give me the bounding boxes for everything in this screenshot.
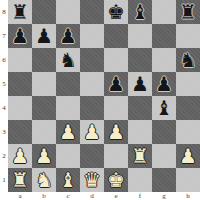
square-e3[interactable]: ♟ [104,120,128,144]
rank-label-7: 7 [0,24,8,48]
square-g2[interactable] [152,144,176,168]
square-f1[interactable] [128,168,152,192]
white-pawn-piece[interactable]: ♟ [11,144,29,168]
file-label-g: g [152,192,176,200]
square-g6[interactable] [152,48,176,72]
square-g1[interactable] [152,168,176,192]
white-bishop-piece[interactable]: ♝ [59,168,77,192]
black-pawn-piece[interactable]: ♟ [11,24,29,48]
square-d2[interactable] [80,144,104,168]
white-pawn-piece[interactable]: ♟ [35,144,53,168]
black-knight-piece[interactable]: ♞ [59,48,77,72]
square-b4[interactable] [32,96,56,120]
square-g4[interactable]: ♝ [152,96,176,120]
black-pawn-piece[interactable]: ♟ [35,24,53,48]
square-e7[interactable] [104,24,128,48]
square-b5[interactable] [32,72,56,96]
black-rook-piece[interactable]: ♜ [11,0,29,24]
black-knight-piece[interactable]: ♞ [179,48,197,72]
square-f8[interactable]: ♝ [128,0,152,24]
square-c5[interactable] [56,72,80,96]
square-e2[interactable] [104,144,128,168]
square-d5[interactable] [80,72,104,96]
square-c1[interactable]: ♝ [56,168,80,192]
file-label-a: a [8,192,32,200]
square-c7[interactable]: ♟ [56,24,80,48]
black-pawn-piece[interactable]: ♟ [155,72,173,96]
white-queen-piece[interactable]: ♛ [83,168,101,192]
square-h7[interactable] [176,24,200,48]
square-f2[interactable]: ♜ [128,144,152,168]
file-label-f: f [128,192,152,200]
square-e5[interactable]: ♟ [104,72,128,96]
rank-label-4: 4 [0,96,8,120]
rank-label-1: 1 [0,168,8,192]
square-d8[interactable] [80,0,104,24]
square-c2[interactable] [56,144,80,168]
square-g3[interactable] [152,120,176,144]
square-b1[interactable]: ♞ [32,168,56,192]
square-h4[interactable] [176,96,200,120]
square-h6[interactable]: ♞ [176,48,200,72]
square-a4[interactable] [8,96,32,120]
square-h2[interactable]: ♟ [176,144,200,168]
white-pawn-piece[interactable]: ♟ [179,144,197,168]
square-d7[interactable] [80,24,104,48]
square-d6[interactable] [80,48,104,72]
square-f3[interactable] [128,120,152,144]
square-e8[interactable]: ♚ [104,0,128,24]
square-g8[interactable] [152,0,176,24]
square-h1[interactable] [176,168,200,192]
square-b3[interactable] [32,120,56,144]
board-corner [0,192,8,200]
square-d3[interactable]: ♟ [80,120,104,144]
square-c6[interactable]: ♞ [56,48,80,72]
square-g5[interactable]: ♟ [152,72,176,96]
square-a2[interactable]: ♟ [8,144,32,168]
square-h3[interactable] [176,120,200,144]
square-d4[interactable] [80,96,104,120]
square-f7[interactable] [128,24,152,48]
white-rook-piece[interactable]: ♜ [11,168,29,192]
square-c8[interactable] [56,0,80,24]
black-pawn-piece[interactable]: ♟ [107,72,125,96]
square-f4[interactable] [128,96,152,120]
square-b8[interactable] [32,0,56,24]
white-king-piece[interactable]: ♚ [107,168,125,192]
square-a3[interactable] [8,120,32,144]
square-a8[interactable]: ♜ [8,0,32,24]
black-pawn-piece[interactable]: ♟ [131,72,149,96]
file-label-e: e [104,192,128,200]
square-f5[interactable]: ♟ [128,72,152,96]
square-e4[interactable] [104,96,128,120]
black-king-piece[interactable]: ♚ [107,0,125,24]
rank-label-6: 6 [0,48,8,72]
file-label-c: c [56,192,80,200]
rank-label-2: 2 [0,144,8,168]
square-a6[interactable] [8,48,32,72]
black-bishop-piece[interactable]: ♝ [155,96,173,120]
rank-label-8: 8 [0,0,8,24]
white-pawn-piece[interactable]: ♟ [107,120,125,144]
square-b7[interactable]: ♟ [32,24,56,48]
square-g7[interactable] [152,24,176,48]
file-label-d: d [80,192,104,200]
white-knight-piece[interactable]: ♞ [35,168,53,192]
square-a7[interactable]: ♟ [8,24,32,48]
black-pawn-piece[interactable]: ♟ [59,24,77,48]
black-rook-piece[interactable]: ♜ [179,0,197,24]
square-f6[interactable] [128,48,152,72]
square-c4[interactable] [56,96,80,120]
square-e6[interactable] [104,48,128,72]
file-label-b: b [32,192,56,200]
white-rook-piece[interactable]: ♜ [131,144,149,168]
chess-board: 8♜♚♝♜7♟♟♟6♞♞5♟♟♟4♝3♟♟♟2♟♟♜♟1♜♞♝♛♚abcdefg… [0,0,200,200]
square-b2[interactable]: ♟ [32,144,56,168]
rank-label-5: 5 [0,72,8,96]
square-c3[interactable]: ♟ [56,120,80,144]
square-a1[interactable]: ♜ [8,168,32,192]
square-b6[interactable] [32,48,56,72]
square-h5[interactable] [176,72,200,96]
white-pawn-piece[interactable]: ♟ [83,120,101,144]
rank-label-3: 3 [0,120,8,144]
square-a5[interactable] [8,72,32,96]
white-pawn-piece[interactable]: ♟ [59,120,77,144]
square-d1[interactable]: ♛ [80,168,104,192]
black-bishop-piece[interactable]: ♝ [131,0,149,24]
square-h8[interactable]: ♜ [176,0,200,24]
square-e1[interactable]: ♚ [104,168,128,192]
file-label-h: h [176,192,200,200]
